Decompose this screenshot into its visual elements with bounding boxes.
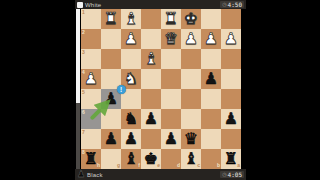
rank-label-1: 1 [82, 10, 85, 15]
piece-white-queen[interactable]: ♛ [161, 29, 181, 49]
square-h4[interactable]: ♟4 [81, 69, 101, 89]
square-a7[interactable] [221, 129, 241, 149]
square-g1[interactable]: ♜ [101, 9, 121, 29]
square-h8[interactable]: ♜8h [81, 149, 101, 169]
square-a5[interactable] [221, 89, 241, 109]
square-e3[interactable]: ♝ [141, 49, 161, 69]
square-h7[interactable]: 7 [81, 129, 101, 149]
square-b7[interactable] [201, 129, 221, 149]
square-e1[interactable] [141, 9, 161, 29]
square-f3[interactable] [121, 49, 141, 69]
square-e8[interactable]: ♚e [141, 149, 161, 169]
square-b3[interactable] [201, 49, 221, 69]
piece-black-rook[interactable]: ♜ [81, 149, 101, 169]
bottom-clock-time: 4:05 [228, 171, 242, 178]
piece-black-pawn[interactable]: ♟ [221, 109, 241, 129]
piece-black-pawn[interactable]: ♟ [101, 129, 121, 149]
white-player-icon [77, 2, 83, 8]
rank-label-5: 5 [82, 90, 85, 95]
square-g2[interactable] [101, 29, 121, 49]
piece-white-pawn[interactable]: ♟ [81, 69, 101, 89]
square-g8[interactable]: g [101, 149, 121, 169]
square-h5[interactable]: 5 [81, 89, 101, 109]
piece-white-bishop[interactable]: ♝ [141, 49, 161, 69]
square-c1[interactable]: ♚ [181, 9, 201, 29]
square-c8[interactable]: ♝c [181, 149, 201, 169]
piece-white-king[interactable]: ♚ [181, 9, 201, 29]
square-d5[interactable] [161, 89, 181, 109]
square-e5[interactable] [141, 89, 161, 109]
square-f2[interactable]: ♟ [121, 29, 141, 49]
square-a1[interactable] [221, 9, 241, 29]
file-label-b: b [217, 163, 220, 168]
top-player-name: White [85, 2, 101, 8]
piece-black-rook[interactable]: ♜ [221, 149, 241, 169]
square-c6[interactable] [181, 109, 201, 129]
square-e2[interactable] [141, 29, 161, 49]
rank-label-6: 6 [82, 110, 85, 115]
square-e4[interactable] [141, 69, 161, 89]
piece-white-knight[interactable]: ♞ [121, 69, 141, 89]
square-a2[interactable]: ♟ [221, 29, 241, 49]
top-player-bar: White ◷ 4:50 [75, 0, 246, 9]
square-d7[interactable]: ♟ [161, 129, 181, 149]
piece-black-bishop[interactable]: ♝ [121, 149, 141, 169]
piece-black-pawn[interactable]: ♟ [161, 129, 181, 149]
square-e6[interactable]: ♟ [141, 109, 161, 129]
bottom-player-name: Black [87, 172, 103, 178]
rank-label-7: 7 [82, 130, 85, 135]
square-f6[interactable]: ♞ [121, 109, 141, 129]
square-d3[interactable] [161, 49, 181, 69]
chess-app: White ◷ 4:50 1♜♝♜♚2♟♛♟♟♟3♝♟4♞♟5♟6♞♟♟7♟♟♟… [75, 0, 246, 180]
square-h6[interactable]: 6 [81, 109, 101, 129]
rank-label-3: 3 [82, 50, 85, 55]
square-d4[interactable] [161, 69, 181, 89]
square-c7[interactable]: ♛ [181, 129, 201, 149]
square-d6[interactable] [161, 109, 181, 129]
square-e7[interactable] [141, 129, 161, 149]
square-g3[interactable] [101, 49, 121, 69]
square-b6[interactable] [201, 109, 221, 129]
square-c4[interactable] [181, 69, 201, 89]
piece-black-knight[interactable]: ♞ [121, 109, 141, 129]
black-pawn-icon: ♟ [77, 170, 85, 179]
top-clock-time: 4:50 [228, 1, 242, 8]
square-a3[interactable] [221, 49, 241, 69]
square-h1[interactable]: 1 [81, 9, 101, 29]
square-f1[interactable]: ♝ [121, 9, 141, 29]
square-h2[interactable]: 2 [81, 29, 101, 49]
piece-white-rook[interactable]: ♜ [161, 9, 181, 29]
square-b8[interactable]: b [201, 149, 221, 169]
piece-black-pawn[interactable]: ♟ [201, 69, 221, 89]
bottom-player-bar: ♟ Black ◷ 4:05 [75, 169, 246, 180]
piece-black-pawn[interactable]: ♟ [141, 109, 161, 129]
piece-black-queen[interactable]: ♛ [181, 129, 201, 149]
piece-black-pawn[interactable]: ♟ [121, 129, 141, 149]
piece-black-king[interactable]: ♚ [141, 149, 161, 169]
square-f7[interactable]: ♟ [121, 129, 141, 149]
bottom-player-clock: ◷ 4:05 [220, 171, 244, 178]
square-f5[interactable] [121, 89, 141, 109]
square-h3[interactable]: 3 [81, 49, 101, 69]
piece-black-pawn[interactable]: ♟ [101, 89, 121, 109]
square-d8[interactable]: d [161, 149, 181, 169]
eval-bar-white [76, 9, 80, 103]
piece-white-pawn[interactable]: ♟ [181, 29, 201, 49]
square-b1[interactable] [201, 9, 221, 29]
video-frame: White ◷ 4:50 1♜♝♜♚2♟♛♟♟♟3♝♟4♞♟5♟6♞♟♟7♟♟♟… [0, 0, 320, 180]
square-f4[interactable]: ♞ [121, 69, 141, 89]
square-a8[interactable]: ♜a [221, 149, 241, 169]
square-c5[interactable] [181, 89, 201, 109]
square-b2[interactable]: ♟ [201, 29, 221, 49]
chess-board: 1♜♝♜♚2♟♛♟♟♟3♝♟4♞♟5♟6♞♟♟7♟♟♟♛♜8hg♝f♚ed♝cb… [81, 9, 241, 169]
piece-white-rook[interactable]: ♜ [101, 9, 121, 29]
rank-label-2: 2 [82, 30, 85, 35]
square-g4[interactable] [101, 69, 121, 89]
piece-white-pawn[interactable]: ♟ [121, 29, 141, 49]
square-a4[interactable] [221, 69, 241, 89]
square-c2[interactable]: ♟ [181, 29, 201, 49]
piece-black-bishop[interactable]: ♝ [181, 149, 201, 169]
square-g5[interactable]: ♟ [101, 89, 121, 109]
square-f8[interactable]: ♝f [121, 149, 141, 169]
square-g7[interactable]: ♟ [101, 129, 121, 149]
square-d2[interactable]: ♛ [161, 29, 181, 49]
file-label-g: g [117, 163, 120, 168]
piece-white-pawn[interactable]: ♟ [201, 29, 221, 49]
clock-icon: ◷ [222, 2, 226, 7]
file-label-d: d [177, 163, 180, 168]
top-player-clock: ◷ 4:50 [220, 1, 244, 8]
square-b5[interactable] [201, 89, 221, 109]
piece-white-pawn[interactable]: ♟ [221, 29, 241, 49]
square-b4[interactable]: ♟ [201, 69, 221, 89]
square-a6[interactable]: ♟ [221, 109, 241, 129]
square-g6[interactable] [101, 109, 121, 129]
square-c3[interactable] [181, 49, 201, 69]
clock-icon: ◷ [222, 172, 226, 177]
piece-white-bishop[interactable]: ♝ [121, 9, 141, 29]
eval-bar [76, 9, 80, 169]
square-d1[interactable]: ♜ [161, 9, 181, 29]
